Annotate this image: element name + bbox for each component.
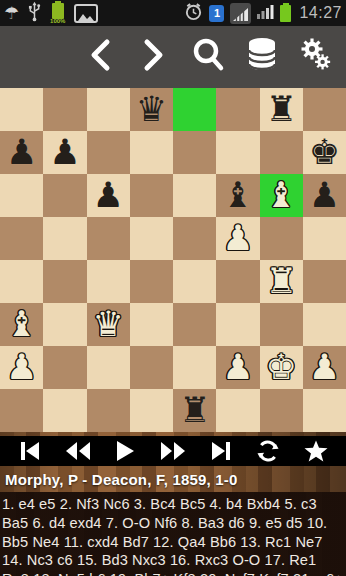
- square-e8[interactable]: [173, 88, 216, 131]
- square-g3[interactable]: [260, 303, 303, 346]
- battery-icon: [280, 5, 291, 22]
- black-bishop: ♝: [222, 174, 253, 217]
- square-b7[interactable]: ♟: [43, 131, 86, 174]
- square-e6[interactable]: [173, 174, 216, 217]
- move-list-text: 1. e4 e5 2. Nf3 Nc6 3. Bc4 Bc5 4. b4 Bxb…: [2, 495, 344, 576]
- search-icon: [191, 37, 225, 77]
- square-c8[interactable]: [87, 88, 130, 131]
- white-bishop: ♝: [6, 303, 37, 346]
- settings-gears-icon: [298, 36, 334, 78]
- game-title: Morphy, P - Deacon, F, 1859, 1-0: [5, 471, 238, 488]
- fast-forward-icon: [160, 441, 186, 461]
- square-d1[interactable]: [130, 389, 173, 432]
- skip-to-end-icon: [209, 441, 233, 461]
- database-button[interactable]: [242, 35, 282, 79]
- white-rook: ♜: [265, 260, 296, 303]
- play-icon: [115, 440, 135, 462]
- white-pawn: ♟: [6, 346, 37, 389]
- black-pawn: ♟: [92, 174, 123, 217]
- black-pawn: ♟: [309, 174, 340, 217]
- square-b3[interactable]: [43, 303, 86, 346]
- app-window: ☂ 100%: [0, 0, 346, 576]
- alarm-clock-icon: [184, 2, 203, 25]
- battery-icon: 100%: [50, 2, 65, 24]
- square-g5[interactable]: [260, 217, 303, 260]
- status-bar: ☂ 100%: [0, 0, 346, 26]
- play-button[interactable]: [108, 438, 142, 464]
- forward-button[interactable]: [134, 35, 174, 79]
- game-header: Morphy, P - Deacon, F, 1859, 1-0: [0, 466, 346, 492]
- square-a3[interactable]: ♝: [0, 303, 43, 346]
- square-f7[interactable]: [216, 131, 259, 174]
- network-signal-box-icon: [230, 3, 251, 24]
- square-e2[interactable]: [173, 346, 216, 389]
- square-e5[interactable]: [173, 217, 216, 260]
- black-pawn: ♟: [6, 131, 37, 174]
- black-king: ♚: [309, 131, 340, 174]
- square-a4[interactable]: [0, 260, 43, 303]
- black-rook: ♜: [265, 88, 296, 131]
- square-a6[interactable]: [0, 174, 43, 217]
- square-c1[interactable]: [87, 389, 130, 432]
- square-g4[interactable]: ♜: [260, 260, 303, 303]
- square-c7[interactable]: [87, 131, 130, 174]
- square-e4[interactable]: [173, 260, 216, 303]
- square-b6[interactable]: [43, 174, 86, 217]
- square-d3[interactable]: [130, 303, 173, 346]
- square-h1[interactable]: [303, 389, 346, 432]
- square-d8[interactable]: ♛: [130, 88, 173, 131]
- status-icons-right: 1 14:27: [184, 2, 342, 25]
- playback-controls: [0, 436, 346, 466]
- chess-board[interactable]: ♛♜♟♟♚♟♝♝♟♟♜♝♛♟♟♚♟♜: [0, 88, 346, 432]
- square-g2[interactable]: ♚: [260, 346, 303, 389]
- settings-button[interactable]: [296, 35, 336, 79]
- square-a1[interactable]: [0, 389, 43, 432]
- gallery-icon: [74, 4, 98, 23]
- square-c2[interactable]: [87, 346, 130, 389]
- white-bishop: ♝: [265, 174, 296, 217]
- rewind-button[interactable]: [61, 438, 95, 464]
- star-icon: [304, 440, 328, 462]
- square-f3[interactable]: [216, 303, 259, 346]
- umbrella-icon: ☂: [4, 5, 19, 22]
- square-c3[interactable]: ♛: [87, 303, 130, 346]
- square-e1[interactable]: ♜: [173, 389, 216, 432]
- clock-time: 14:27: [299, 4, 342, 22]
- black-queen: ♛: [136, 88, 167, 131]
- skip-to-start-icon: [18, 441, 42, 461]
- square-f2[interactable]: ♟: [216, 346, 259, 389]
- white-pawn: ♟: [309, 346, 340, 389]
- square-b2[interactable]: [43, 346, 86, 389]
- square-h6[interactable]: ♟: [303, 174, 346, 217]
- square-a5[interactable]: [0, 217, 43, 260]
- square-h5[interactable]: [303, 217, 346, 260]
- signal-bars-icon: [257, 4, 274, 23]
- bottom-panel: Morphy, P - Deacon, F, 1859, 1-0 1. e4 e…: [0, 432, 346, 576]
- back-chevron-icon: [87, 38, 113, 76]
- square-b4[interactable]: [43, 260, 86, 303]
- favorite-star-button[interactable]: [299, 438, 333, 464]
- square-b1[interactable]: [43, 389, 86, 432]
- square-d6[interactable]: [130, 174, 173, 217]
- black-pawn: ♟: [49, 131, 80, 174]
- notification-count-badge: 1: [209, 5, 224, 22]
- square-f1[interactable]: [216, 389, 259, 432]
- square-c5[interactable]: [87, 217, 130, 260]
- skip-to-end-button[interactable]: [204, 438, 238, 464]
- square-g7[interactable]: [260, 131, 303, 174]
- battery-percent-label: 100%: [50, 19, 65, 24]
- fast-forward-button[interactable]: [156, 438, 190, 464]
- skip-to-start-button[interactable]: [13, 438, 47, 464]
- white-pawn: ♟: [222, 346, 253, 389]
- square-f8[interactable]: [216, 88, 259, 131]
- square-h2[interactable]: ♟: [303, 346, 346, 389]
- square-d4[interactable]: [130, 260, 173, 303]
- square-h4[interactable]: [303, 260, 346, 303]
- toolbar: [0, 26, 346, 88]
- black-rook: ♜: [179, 389, 210, 432]
- square-e3[interactable]: [173, 303, 216, 346]
- square-b8[interactable]: [43, 88, 86, 131]
- square-a8[interactable]: [0, 88, 43, 131]
- square-f4[interactable]: [216, 260, 259, 303]
- square-d2[interactable]: [130, 346, 173, 389]
- back-button[interactable]: [80, 35, 120, 79]
- square-g8[interactable]: ♜: [260, 88, 303, 131]
- database-icon: [246, 37, 278, 77]
- status-icons-left: ☂ 100%: [4, 1, 98, 26]
- forward-chevron-icon: [141, 38, 167, 76]
- square-c6[interactable]: ♟: [87, 174, 130, 217]
- sync-icon: [256, 440, 280, 462]
- white-queen: ♛: [92, 303, 123, 346]
- square-f6[interactable]: ♝: [216, 174, 259, 217]
- square-g6[interactable]: ♝: [260, 174, 303, 217]
- square-h8[interactable]: [303, 88, 346, 131]
- square-b5[interactable]: [43, 217, 86, 260]
- usb-icon: [28, 1, 41, 26]
- white-king: ♚: [265, 346, 296, 389]
- square-f5[interactable]: ♟: [216, 217, 259, 260]
- square-d5[interactable]: [130, 217, 173, 260]
- square-h3[interactable]: [303, 303, 346, 346]
- square-g1[interactable]: [260, 389, 303, 432]
- white-pawn: ♟: [222, 217, 253, 260]
- rewind-icon: [65, 441, 91, 461]
- square-a2[interactable]: ♟: [0, 346, 43, 389]
- square-c4[interactable]: [87, 260, 130, 303]
- move-list-panel[interactable]: 1. e4 e5 2. Nf3 Nc6 3. Bc4 Bc5 4. b4 Bxb…: [0, 492, 346, 576]
- square-e7[interactable]: [173, 131, 216, 174]
- square-a7[interactable]: ♟: [0, 131, 43, 174]
- square-d7[interactable]: [130, 131, 173, 174]
- square-h7[interactable]: ♚: [303, 131, 346, 174]
- search-button[interactable]: [188, 35, 228, 79]
- sync-button[interactable]: [251, 438, 285, 464]
